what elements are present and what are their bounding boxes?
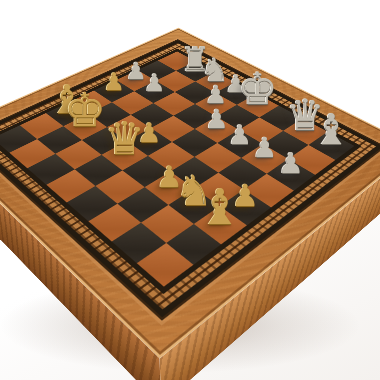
square-h2 <box>166 224 221 265</box>
square-d3 <box>102 141 148 170</box>
square-g6 <box>241 144 288 174</box>
square-b1 <box>9 139 55 168</box>
square-c2 <box>55 140 101 169</box>
square-e2 <box>95 170 144 203</box>
square-e1 <box>67 186 118 221</box>
square-h1 <box>137 243 194 287</box>
square-f4 <box>170 157 218 188</box>
chess-set-photo: ♜♞♟♚♛♝♟♟♟♟♟♟♟♟♟♟♝♚♛♟♞♝ <box>0 0 380 380</box>
square-e4 <box>148 142 195 172</box>
square-h6 <box>267 159 315 191</box>
square-g3 <box>168 188 219 224</box>
square-f5 <box>194 143 241 173</box>
square-g5 <box>218 158 266 190</box>
square-g2 <box>141 205 194 243</box>
square-f2 <box>117 187 168 223</box>
square-h3 <box>194 206 247 244</box>
square-g1 <box>112 223 167 264</box>
square-h4 <box>220 189 271 225</box>
square-h5 <box>244 174 294 208</box>
square-e3 <box>122 156 170 187</box>
square-c1 <box>27 154 74 185</box>
square-f1 <box>88 204 141 242</box>
square-d1 <box>46 169 95 202</box>
square-g4 <box>194 173 244 207</box>
square-f3 <box>145 172 194 205</box>
square-h7 <box>288 145 335 175</box>
square-d2 <box>75 155 123 186</box>
